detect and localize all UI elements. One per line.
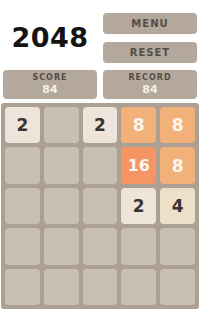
empty-cell [160,269,195,305]
board[interactable]: 228816824 [1,103,199,309]
empty-cell [83,147,118,183]
empty-cell [5,269,40,305]
empty-cell [44,107,79,143]
score-value: 84 [42,83,57,97]
reset-button[interactable]: RESET [103,42,197,63]
empty-cell [5,228,40,264]
tile-2: 2 [121,188,156,224]
empty-cell [44,188,79,224]
score-box: SCORE 84 [3,70,97,99]
tile-8: 8 [160,147,195,183]
tile-2: 2 [5,107,40,143]
record-value: 84 [142,83,157,97]
score-label: SCORE [32,73,67,83]
menu-button[interactable]: MENU [103,13,197,34]
tile-4: 4 [160,188,195,224]
tile-16: 16 [121,147,156,183]
tile-8: 8 [121,107,156,143]
tile-2: 2 [83,107,118,143]
empty-cell [44,269,79,305]
empty-cell [44,147,79,183]
empty-cell [121,269,156,305]
record-box: RECORD 84 [103,70,197,99]
tile-8: 8 [160,107,195,143]
page-title: 2048 [0,22,100,53]
empty-cell [83,269,118,305]
empty-cell [83,228,118,264]
app-window: 2048 MENU RESET SCORE 84 RECORD 84 22881… [0,0,200,320]
empty-cell [160,228,195,264]
empty-cell [5,147,40,183]
empty-cell [44,228,79,264]
record-label: RECORD [128,73,171,83]
empty-cell [121,228,156,264]
empty-cell [5,188,40,224]
empty-cell [83,188,118,224]
